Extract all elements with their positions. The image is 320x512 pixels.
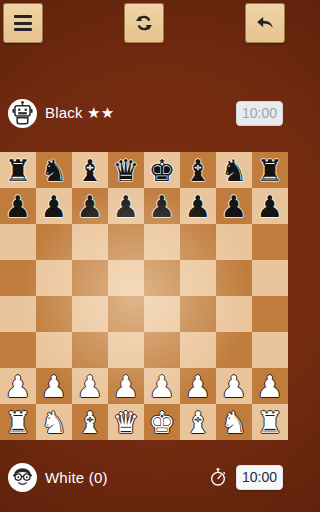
square-g2[interactable]: ♟	[216, 368, 252, 404]
piece-white-pawn: ♟	[0, 368, 36, 404]
piece-white-knight: ♞	[36, 404, 72, 440]
piece-black-pawn: ♟	[180, 188, 216, 224]
square-h3[interactable]	[252, 332, 288, 368]
white-avatar	[8, 463, 37, 492]
piece-white-pawn: ♟	[72, 368, 108, 404]
chess-app-screen: { "game": "chess", "position": { "fen": …	[0, 0, 288, 512]
square-h6[interactable]	[252, 224, 288, 260]
square-h1[interactable]: ♜	[252, 404, 288, 440]
piece-black-king: ♚	[144, 152, 180, 188]
piece-black-rook: ♜	[0, 152, 36, 188]
white-player-name: White (0)	[45, 469, 108, 486]
square-f4[interactable]	[180, 296, 216, 332]
piece-white-bishop: ♝	[180, 404, 216, 440]
square-d6[interactable]	[108, 224, 144, 260]
robot-icon	[8, 99, 37, 128]
square-f7[interactable]: ♟	[180, 188, 216, 224]
piece-white-rook: ♜	[0, 404, 36, 440]
square-h7[interactable]: ♟	[252, 188, 288, 224]
square-c7[interactable]: ♟	[72, 188, 108, 224]
square-a7[interactable]: ♟	[0, 188, 36, 224]
new-game-button[interactable]	[124, 3, 164, 43]
menu-button[interactable]	[3, 3, 43, 43]
difficulty-stars: ★★	[87, 104, 114, 121]
piece-white-rook: ♜	[252, 404, 288, 440]
square-a8[interactable]: ♜	[0, 152, 36, 188]
square-h4[interactable]	[252, 296, 288, 332]
player-row-black: Black ★★ 10:00	[0, 98, 288, 128]
square-a6[interactable]	[0, 224, 36, 260]
chess-board: ♜♞♝♛♚♝♞♜♟♟♟♟♟♟♟♟♟♟♟♟♟♟♟♟♜♞♝♛♚♝♞♜	[0, 152, 288, 440]
square-a5[interactable]	[0, 260, 36, 296]
stopwatch-icon	[208, 466, 228, 488]
undo-button[interactable]	[245, 3, 285, 43]
square-d2[interactable]: ♟	[108, 368, 144, 404]
black-avatar	[8, 99, 37, 128]
square-e8[interactable]: ♚	[144, 152, 180, 188]
square-f2[interactable]: ♟	[180, 368, 216, 404]
square-b1[interactable]: ♞	[36, 404, 72, 440]
square-f8[interactable]: ♝	[180, 152, 216, 188]
piece-black-knight: ♞	[216, 152, 252, 188]
square-e4[interactable]	[144, 296, 180, 332]
player-row-white: White (0) 10:00	[0, 462, 288, 492]
square-g6[interactable]	[216, 224, 252, 260]
square-g8[interactable]: ♞	[216, 152, 252, 188]
piece-black-pawn: ♟	[72, 188, 108, 224]
square-a1[interactable]: ♜	[0, 404, 36, 440]
piece-white-pawn: ♟	[108, 368, 144, 404]
square-b7[interactable]: ♟	[36, 188, 72, 224]
square-d1[interactable]: ♛	[108, 404, 144, 440]
square-b4[interactable]	[36, 296, 72, 332]
refresh-icon	[133, 12, 155, 34]
human-glasses-icon	[8, 463, 37, 492]
square-f5[interactable]	[180, 260, 216, 296]
square-a2[interactable]: ♟	[0, 368, 36, 404]
square-h2[interactable]: ♟	[252, 368, 288, 404]
square-a4[interactable]	[0, 296, 36, 332]
square-g3[interactable]	[216, 332, 252, 368]
square-h8[interactable]: ♜	[252, 152, 288, 188]
square-e7[interactable]: ♟	[144, 188, 180, 224]
square-c3[interactable]	[72, 332, 108, 368]
square-e2[interactable]: ♟	[144, 368, 180, 404]
square-g1[interactable]: ♞	[216, 404, 252, 440]
piece-white-pawn: ♟	[144, 368, 180, 404]
black-player-name: Black ★★	[45, 104, 114, 122]
piece-white-pawn: ♟	[216, 368, 252, 404]
square-b3[interactable]	[36, 332, 72, 368]
piece-black-knight: ♞	[36, 152, 72, 188]
square-f6[interactable]	[180, 224, 216, 260]
square-e5[interactable]	[144, 260, 180, 296]
hamburger-icon	[14, 15, 32, 31]
square-d8[interactable]: ♛	[108, 152, 144, 188]
square-f3[interactable]	[180, 332, 216, 368]
square-a3[interactable]	[0, 332, 36, 368]
piece-black-bishop: ♝	[180, 152, 216, 188]
square-h5[interactable]	[252, 260, 288, 296]
piece-white-knight: ♞	[216, 404, 252, 440]
piece-white-pawn: ♟	[180, 368, 216, 404]
square-b8[interactable]: ♞	[36, 152, 72, 188]
square-c2[interactable]: ♟	[72, 368, 108, 404]
square-d5[interactable]	[108, 260, 144, 296]
piece-black-pawn: ♟	[36, 188, 72, 224]
piece-white-king: ♚	[144, 404, 180, 440]
piece-black-queen: ♛	[108, 152, 144, 188]
square-c8[interactable]: ♝	[72, 152, 108, 188]
square-e3[interactable]	[144, 332, 180, 368]
undo-arrow-icon	[254, 12, 276, 34]
black-clock: 10:00	[236, 101, 283, 126]
square-g7[interactable]: ♟	[216, 188, 252, 224]
square-g4[interactable]	[216, 296, 252, 332]
square-c1[interactable]: ♝	[72, 404, 108, 440]
square-f1[interactable]: ♝	[180, 404, 216, 440]
piece-black-pawn: ♟	[216, 188, 252, 224]
square-g5[interactable]	[216, 260, 252, 296]
piece-black-pawn: ♟	[144, 188, 180, 224]
piece-black-pawn: ♟	[252, 188, 288, 224]
square-d4[interactable]	[108, 296, 144, 332]
toolbar	[0, 0, 288, 46]
piece-black-bishop: ♝	[72, 152, 108, 188]
piece-black-pawn: ♟	[108, 188, 144, 224]
square-e6[interactable]	[144, 224, 180, 260]
square-c4[interactable]	[72, 296, 108, 332]
piece-white-bishop: ♝	[72, 404, 108, 440]
square-b2[interactable]: ♟	[36, 368, 72, 404]
piece-black-pawn: ♟	[0, 188, 36, 224]
piece-white-pawn: ♟	[36, 368, 72, 404]
square-c6[interactable]	[72, 224, 108, 260]
square-d7[interactable]: ♟	[108, 188, 144, 224]
piece-white-queen: ♛	[108, 404, 144, 440]
square-e1[interactable]: ♚	[144, 404, 180, 440]
square-d3[interactable]	[108, 332, 144, 368]
square-b5[interactable]	[36, 260, 72, 296]
piece-white-pawn: ♟	[252, 368, 288, 404]
piece-black-rook: ♜	[252, 152, 288, 188]
square-c5[interactable]	[72, 260, 108, 296]
white-clock: 10:00	[236, 465, 283, 490]
square-b6[interactable]	[36, 224, 72, 260]
